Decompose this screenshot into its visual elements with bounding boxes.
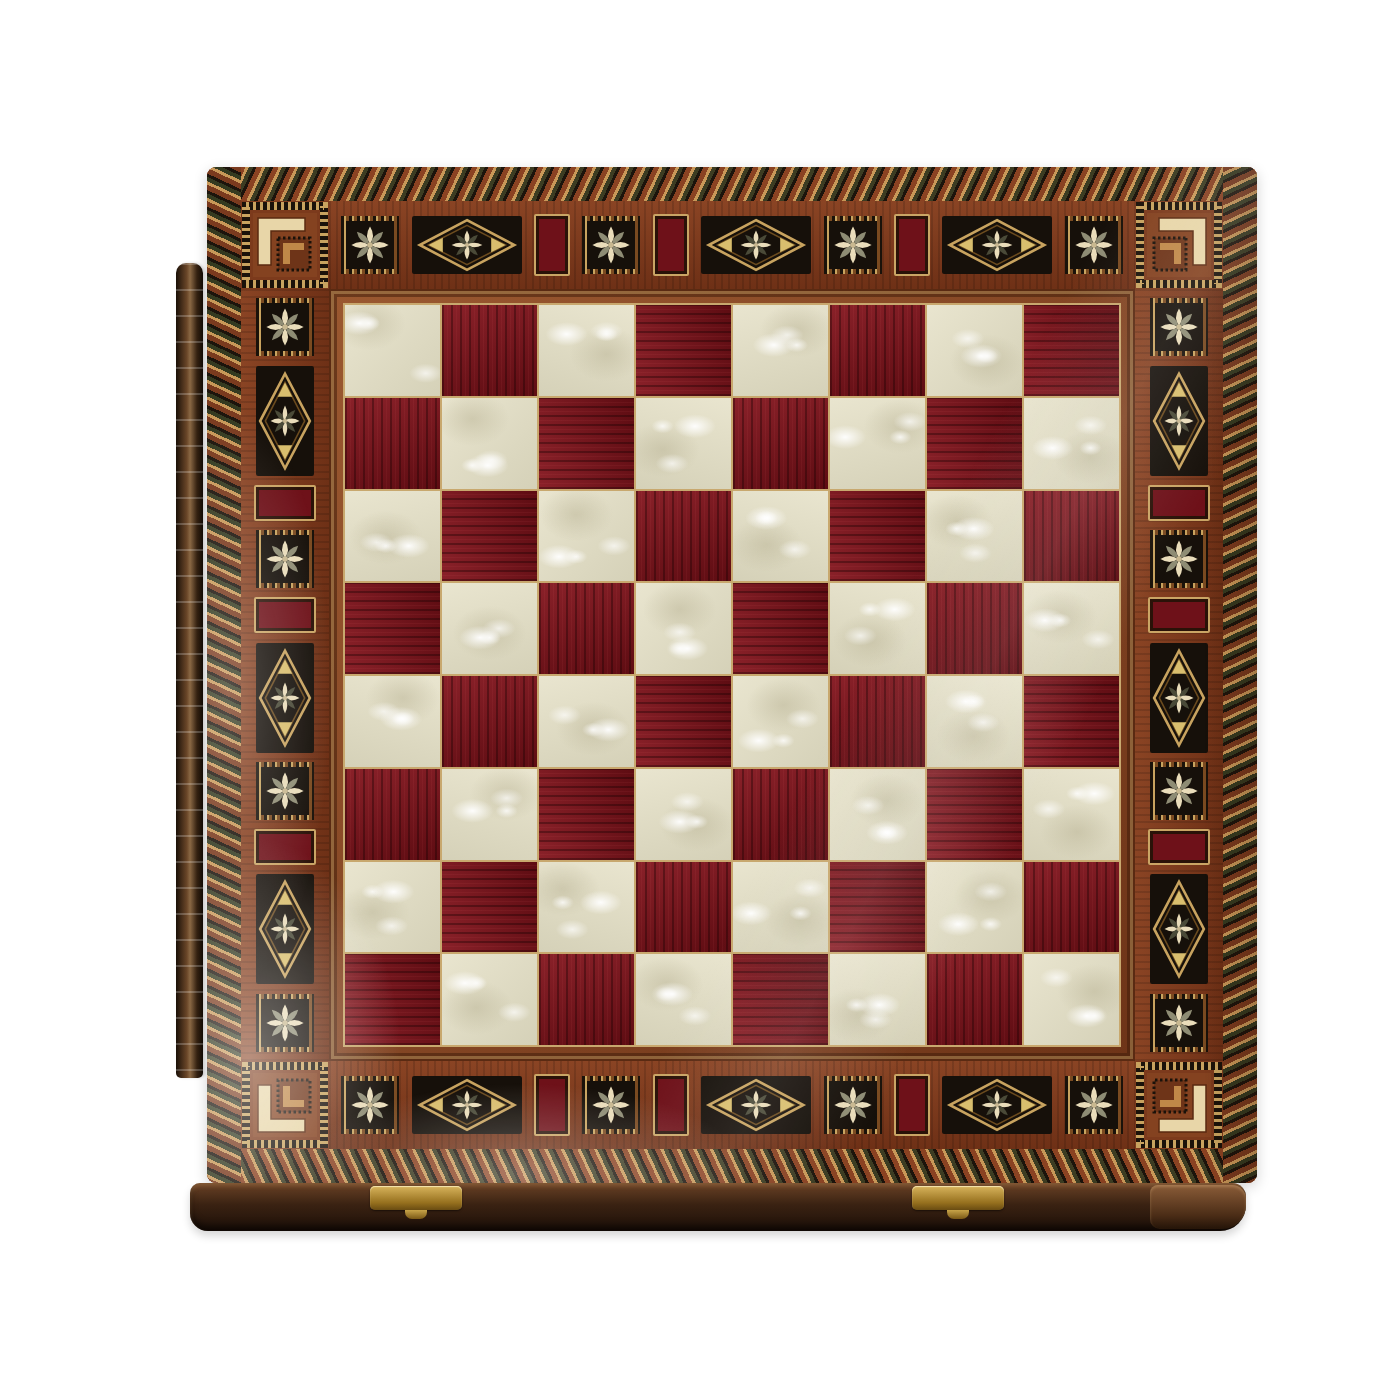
square-a7[interactable] (345, 398, 440, 489)
border-strip-left (241, 289, 329, 1061)
square-e5[interactable] (733, 583, 828, 674)
square-e3[interactable] (733, 769, 828, 860)
square-g2[interactable] (927, 862, 1022, 953)
wood-rect-inlay (1148, 829, 1210, 865)
rosette-inlay (256, 762, 314, 820)
rosette-inlay (256, 994, 314, 1052)
rosette-inlay (582, 216, 640, 274)
rosette-inlay (1150, 762, 1208, 820)
rosette-inlay (256, 298, 314, 356)
product-photo (0, 0, 1400, 1400)
square-d8[interactable] (636, 305, 731, 396)
rosette-inlay (1150, 530, 1208, 588)
square-e4[interactable] (733, 676, 828, 767)
square-a4[interactable] (345, 676, 440, 767)
square-c3[interactable] (539, 769, 634, 860)
square-g7[interactable] (927, 398, 1022, 489)
box-lid-edge (176, 263, 203, 1078)
square-c4[interactable] (539, 676, 634, 767)
square-b5[interactable] (442, 583, 537, 674)
square-h5[interactable] (1024, 583, 1119, 674)
square-g4[interactable] (927, 676, 1022, 767)
square-b1[interactable] (442, 954, 537, 1045)
square-b2[interactable] (442, 862, 537, 953)
square-h6[interactable] (1024, 491, 1119, 582)
diamond-medallion-inlay (1150, 874, 1208, 984)
rosette-inlay (824, 216, 882, 274)
brass-hinge (370, 1186, 462, 1210)
square-e6[interactable] (733, 491, 828, 582)
square-d2[interactable] (636, 862, 731, 953)
square-d1[interactable] (636, 954, 731, 1045)
square-a6[interactable] (345, 491, 440, 582)
rosette-inlay (824, 1076, 882, 1134)
square-f1[interactable] (830, 954, 925, 1045)
square-c6[interactable] (539, 491, 634, 582)
brass-clasp (912, 1186, 1004, 1210)
wood-rect-inlay (254, 829, 316, 865)
wood-rect-inlay (254, 597, 316, 633)
square-a3[interactable] (345, 769, 440, 860)
corner-key-motif-top-left (241, 201, 329, 289)
rosette-inlay (1065, 1076, 1123, 1134)
diamond-medallion-inlay (701, 216, 811, 274)
square-d6[interactable] (636, 491, 731, 582)
square-g5[interactable] (927, 583, 1022, 674)
diamond-medallion-inlay (256, 366, 314, 476)
square-c2[interactable] (539, 862, 634, 953)
square-c8[interactable] (539, 305, 634, 396)
square-h2[interactable] (1024, 862, 1119, 953)
square-f8[interactable] (830, 305, 925, 396)
square-a8[interactable] (345, 305, 440, 396)
wood-rect-inlay (254, 485, 316, 521)
square-g1[interactable] (927, 954, 1022, 1045)
square-d3[interactable] (636, 769, 731, 860)
square-e8[interactable] (733, 305, 828, 396)
wood-rect-inlay (653, 1074, 689, 1136)
square-e1[interactable] (733, 954, 828, 1045)
square-g3[interactable] (927, 769, 1022, 860)
box-side-panel (190, 1183, 1246, 1231)
chevron-border-bottom (207, 1149, 1257, 1183)
diamond-medallion-inlay (412, 1076, 522, 1134)
wood-rect-inlay (534, 1074, 570, 1136)
diamond-medallion-inlay (701, 1076, 811, 1134)
diamond-medallion-inlay (1150, 643, 1208, 753)
wood-rect-inlay (1148, 597, 1210, 633)
square-f7[interactable] (830, 398, 925, 489)
corner-key-motif-top-right (1135, 201, 1223, 289)
wood-rect-inlay (894, 1074, 930, 1136)
square-a2[interactable] (345, 862, 440, 953)
chevron-border-top (207, 167, 1257, 201)
rosette-inlay (1065, 216, 1123, 274)
square-d4[interactable] (636, 676, 731, 767)
diamond-medallion-inlay (256, 874, 314, 984)
square-b3[interactable] (442, 769, 537, 860)
chevron-border-left (207, 167, 241, 1183)
square-h3[interactable] (1024, 769, 1119, 860)
rosette-inlay (1150, 994, 1208, 1052)
wood-rect-inlay (1148, 485, 1210, 521)
square-g6[interactable] (927, 491, 1022, 582)
square-b7[interactable] (442, 398, 537, 489)
square-h7[interactable] (1024, 398, 1119, 489)
square-b6[interactable] (442, 491, 537, 582)
rosette-inlay (341, 1076, 399, 1134)
wood-rect-inlay (534, 214, 570, 276)
diamond-medallion-inlay (1150, 366, 1208, 476)
square-e2[interactable] (733, 862, 828, 953)
square-h1[interactable] (1024, 954, 1119, 1045)
square-b8[interactable] (442, 305, 537, 396)
wood-rect-inlay (894, 214, 930, 276)
square-h8[interactable] (1024, 305, 1119, 396)
rosette-inlay (1150, 298, 1208, 356)
diamond-medallion-inlay (942, 216, 1052, 274)
wood-rect-inlay (653, 214, 689, 276)
diamond-medallion-inlay (942, 1076, 1052, 1134)
square-a5[interactable] (345, 583, 440, 674)
square-f3[interactable] (830, 769, 925, 860)
chevron-border-right (1223, 167, 1257, 1183)
rosette-inlay (341, 216, 399, 274)
square-c5[interactable] (539, 583, 634, 674)
square-f2[interactable] (830, 862, 925, 953)
square-c1[interactable] (539, 954, 634, 1045)
corner-key-motif-bottom-left (241, 1061, 329, 1149)
diamond-medallion-inlay (412, 216, 522, 274)
square-f6[interactable] (830, 491, 925, 582)
square-e7[interactable] (733, 398, 828, 489)
chess-board (207, 167, 1257, 1183)
square-f4[interactable] (830, 676, 925, 767)
corner-key-motif-bottom-right (1135, 1061, 1223, 1149)
square-h4[interactable] (1024, 676, 1119, 767)
square-d7[interactable] (636, 398, 731, 489)
rosette-inlay (582, 1076, 640, 1134)
square-d5[interactable] (636, 583, 731, 674)
border-strip-top (329, 201, 1135, 289)
diamond-medallion-inlay (256, 643, 314, 753)
square-c7[interactable] (539, 398, 634, 489)
square-b4[interactable] (442, 676, 537, 767)
rosette-inlay (256, 530, 314, 588)
square-a1[interactable] (345, 954, 440, 1045)
square-g8[interactable] (927, 305, 1022, 396)
border-strip-bottom (329, 1061, 1135, 1149)
side-end-molding (1150, 1185, 1246, 1229)
border-strip-right (1135, 289, 1223, 1061)
square-f5[interactable] (830, 583, 925, 674)
playing-grid (343, 303, 1121, 1047)
